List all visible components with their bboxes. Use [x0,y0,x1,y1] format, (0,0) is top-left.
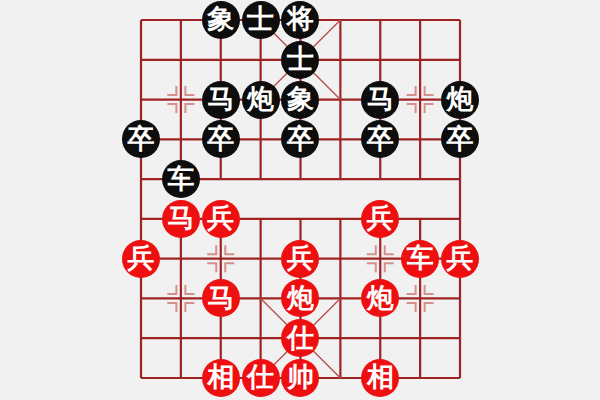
piece-black-cannon[interactable]: 炮 [242,81,280,119]
piece-black-elephant[interactable]: 象 [281,81,319,119]
piece-black-soldier[interactable]: 卒 [441,120,479,158]
piece-red-general[interactable]: 帅 [281,359,319,397]
piece-black-soldier[interactable]: 卒 [202,120,240,158]
piece-black-horse[interactable]: 马 [361,81,399,119]
piece-red-soldier[interactable]: 兵 [202,200,240,238]
piece-red-advisor[interactable]: 仕 [242,359,280,397]
piece-red-cannon[interactable]: 炮 [281,279,319,317]
piece-red-elephant[interactable]: 相 [202,359,240,397]
piece-black-soldier[interactable]: 卒 [361,120,399,158]
piece-red-soldier[interactable]: 兵 [122,240,160,278]
piece-black-general[interactable]: 将 [281,1,319,39]
piece-red-horse[interactable]: 马 [202,279,240,317]
piece-red-advisor[interactable]: 仕 [281,319,319,357]
piece-black-elephant[interactable]: 象 [202,1,240,39]
piece-red-cannon[interactable]: 炮 [361,279,399,317]
piece-red-soldier[interactable]: 兵 [441,240,479,278]
piece-red-soldier[interactable]: 兵 [361,200,399,238]
piece-black-chariot[interactable]: 车 [162,160,200,198]
piece-red-soldier[interactable]: 兵 [281,240,319,278]
piece-black-advisor[interactable]: 士 [242,1,280,39]
xiangqi-board[interactable]: 象士将士马炮象马炮卒卒卒卒卒车马兵兵兵兵车兵马炮炮仕相仕帅相 [0,0,600,400]
piece-black-horse[interactable]: 马 [202,81,240,119]
piece-red-elephant[interactable]: 相 [361,359,399,397]
piece-black-soldier[interactable]: 卒 [281,120,319,158]
piece-black-soldier[interactable]: 卒 [122,120,160,158]
piece-red-horse[interactable]: 马 [162,200,200,238]
piece-black-cannon[interactable]: 炮 [441,81,479,119]
piece-red-chariot[interactable]: 车 [401,240,439,278]
piece-black-advisor[interactable]: 士 [281,41,319,79]
pieces-layer[interactable]: 象士将士马炮象马炮卒卒卒卒卒车马兵兵兵兵车兵马炮炮仕相仕帅相 [121,0,480,398]
